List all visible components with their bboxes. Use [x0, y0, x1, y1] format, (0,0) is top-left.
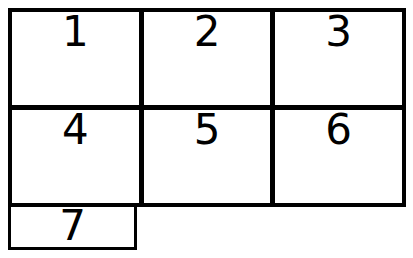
cell-4-label: 4 — [62, 110, 89, 150]
cell-1-label: 1 — [62, 12, 89, 52]
cell-2-label: 2 — [194, 12, 221, 52]
cell-6: 6 — [275, 110, 402, 203]
cell-1: 1 — [12, 12, 139, 105]
cell-7-label: 7 — [59, 207, 86, 245]
cell-2: 2 — [144, 12, 271, 105]
cell-3-label: 3 — [325, 12, 352, 52]
cell-3: 3 — [275, 12, 402, 105]
main-grid: 1 2 3 4 5 6 — [8, 8, 406, 207]
numbered-grid-diagram: 1 2 3 4 5 6 7 — [0, 0, 413, 258]
cell-4: 4 — [12, 110, 139, 203]
cell-5-label: 5 — [194, 110, 221, 150]
cell-6-label: 6 — [325, 110, 352, 150]
cell-5: 5 — [144, 110, 271, 203]
cell-7: 7 — [8, 207, 137, 250]
